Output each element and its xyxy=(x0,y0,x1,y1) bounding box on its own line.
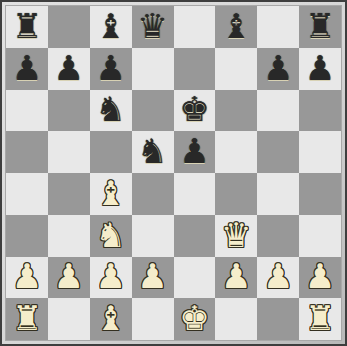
square-a8[interactable]: ♜ xyxy=(6,6,48,48)
square-a6[interactable] xyxy=(6,90,48,132)
piece-white-rook[interactable]: ♜ xyxy=(305,301,335,335)
piece-black-pawn[interactable]: ♟ xyxy=(305,51,335,85)
square-b4[interactable] xyxy=(48,173,90,215)
piece-white-queen[interactable]: ♛ xyxy=(221,218,251,252)
square-a7[interactable]: ♟ xyxy=(6,48,48,90)
square-a4[interactable] xyxy=(6,173,48,215)
piece-black-rook[interactable]: ♜ xyxy=(305,9,335,43)
piece-black-bishop[interactable]: ♝ xyxy=(221,9,251,43)
square-c8[interactable]: ♝ xyxy=(90,6,132,48)
piece-white-pawn[interactable]: ♟ xyxy=(137,259,167,293)
square-d7[interactable] xyxy=(132,48,174,90)
square-f1[interactable] xyxy=(215,298,257,340)
square-d3[interactable] xyxy=(132,215,174,257)
piece-white-king[interactable]: ♚ xyxy=(179,301,209,335)
square-h6[interactable] xyxy=(299,90,341,132)
square-h8[interactable]: ♜ xyxy=(299,6,341,48)
square-a2[interactable]: ♟ xyxy=(6,257,48,299)
square-d2[interactable]: ♟ xyxy=(132,257,174,299)
square-e8[interactable] xyxy=(174,6,216,48)
piece-white-pawn[interactable]: ♟ xyxy=(221,259,251,293)
square-c7[interactable]: ♟ xyxy=(90,48,132,90)
board-frame: ♜♝♛♝♜♟♟♟♟♟♞♚♞♟♝♞♛♟♟♟♟♟♟♟♜♝♚♜ xyxy=(0,0,347,346)
piece-white-rook[interactable]: ♜ xyxy=(12,301,42,335)
square-h2[interactable]: ♟ xyxy=(299,257,341,299)
square-b8[interactable] xyxy=(48,6,90,48)
piece-white-pawn[interactable]: ♟ xyxy=(54,259,84,293)
square-d4[interactable] xyxy=(132,173,174,215)
piece-white-knight[interactable]: ♞ xyxy=(95,218,125,252)
piece-white-bishop[interactable]: ♝ xyxy=(95,176,125,210)
piece-white-bishop[interactable]: ♝ xyxy=(95,301,125,335)
piece-black-knight[interactable]: ♞ xyxy=(137,134,167,168)
square-b3[interactable] xyxy=(48,215,90,257)
square-g4[interactable] xyxy=(257,173,299,215)
square-d1[interactable] xyxy=(132,298,174,340)
piece-black-pawn[interactable]: ♟ xyxy=(54,51,84,85)
square-f2[interactable]: ♟ xyxy=(215,257,257,299)
square-a3[interactable] xyxy=(6,215,48,257)
square-e1[interactable]: ♚ xyxy=(174,298,216,340)
square-c4[interactable]: ♝ xyxy=(90,173,132,215)
square-g6[interactable] xyxy=(257,90,299,132)
square-c5[interactable] xyxy=(90,131,132,173)
square-a5[interactable] xyxy=(6,131,48,173)
piece-black-rook[interactable]: ♜ xyxy=(12,9,42,43)
square-b1[interactable] xyxy=(48,298,90,340)
piece-white-pawn[interactable]: ♟ xyxy=(305,259,335,293)
square-c6[interactable]: ♞ xyxy=(90,90,132,132)
square-g1[interactable] xyxy=(257,298,299,340)
square-a1[interactable]: ♜ xyxy=(6,298,48,340)
square-h1[interactable]: ♜ xyxy=(299,298,341,340)
piece-black-pawn[interactable]: ♟ xyxy=(95,51,125,85)
square-b7[interactable]: ♟ xyxy=(48,48,90,90)
piece-black-knight[interactable]: ♞ xyxy=(95,92,125,126)
square-f4[interactable] xyxy=(215,173,257,215)
square-g5[interactable] xyxy=(257,131,299,173)
piece-black-pawn[interactable]: ♟ xyxy=(263,51,293,85)
square-f3[interactable]: ♛ xyxy=(215,215,257,257)
square-f5[interactable] xyxy=(215,131,257,173)
square-g7[interactable]: ♟ xyxy=(257,48,299,90)
square-c2[interactable]: ♟ xyxy=(90,257,132,299)
square-b5[interactable] xyxy=(48,131,90,173)
square-b6[interactable] xyxy=(48,90,90,132)
piece-black-pawn[interactable]: ♟ xyxy=(179,134,209,168)
square-d6[interactable] xyxy=(132,90,174,132)
square-e7[interactable] xyxy=(174,48,216,90)
square-d5[interactable]: ♞ xyxy=(132,131,174,173)
square-g8[interactable] xyxy=(257,6,299,48)
square-e2[interactable] xyxy=(174,257,216,299)
square-e5[interactable]: ♟ xyxy=(174,131,216,173)
square-f7[interactable] xyxy=(215,48,257,90)
piece-black-bishop[interactable]: ♝ xyxy=(95,9,125,43)
piece-white-pawn[interactable]: ♟ xyxy=(263,259,293,293)
square-h5[interactable] xyxy=(299,131,341,173)
piece-black-queen[interactable]: ♛ xyxy=(137,9,167,43)
square-h7[interactable]: ♟ xyxy=(299,48,341,90)
chess-board: ♜♝♛♝♜♟♟♟♟♟♞♚♞♟♝♞♛♟♟♟♟♟♟♟♜♝♚♜ xyxy=(5,5,342,341)
square-h4[interactable] xyxy=(299,173,341,215)
piece-black-pawn[interactable]: ♟ xyxy=(12,51,42,85)
piece-black-king[interactable]: ♚ xyxy=(179,92,209,126)
square-c1[interactable]: ♝ xyxy=(90,298,132,340)
piece-white-pawn[interactable]: ♟ xyxy=(95,259,125,293)
square-e6[interactable]: ♚ xyxy=(174,90,216,132)
square-b2[interactable]: ♟ xyxy=(48,257,90,299)
square-c3[interactable]: ♞ xyxy=(90,215,132,257)
square-e4[interactable] xyxy=(174,173,216,215)
square-f6[interactable] xyxy=(215,90,257,132)
square-g3[interactable] xyxy=(257,215,299,257)
piece-white-pawn[interactable]: ♟ xyxy=(12,259,42,293)
square-e3[interactable] xyxy=(174,215,216,257)
square-d8[interactable]: ♛ xyxy=(132,6,174,48)
square-h3[interactable] xyxy=(299,215,341,257)
square-f8[interactable]: ♝ xyxy=(215,6,257,48)
square-g2[interactable]: ♟ xyxy=(257,257,299,299)
